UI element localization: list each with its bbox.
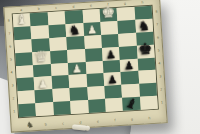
chess-board[interactable]: ♝♚♞♟♞♛♟♚♟♟♟♟♝ [12, 5, 159, 118]
square-h2[interactable] [139, 83, 157, 97]
coord-label: 7 [8, 32, 10, 36]
square-g7[interactable] [118, 20, 136, 34]
square-h7[interactable]: ♞ [135, 19, 153, 33]
coord-label: 1 [161, 100, 163, 104]
coord-label: 4 [158, 61, 160, 65]
coord-label: c [62, 121, 64, 125]
knight-stamp-icon: ♞ [26, 121, 35, 130]
coord-label: b [38, 7, 40, 11]
square-a5[interactable] [15, 52, 33, 66]
square-d5[interactable] [67, 49, 85, 63]
white-king[interactable]: ♚ [101, 5, 116, 21]
square-b1[interactable] [36, 102, 54, 116]
square-c2[interactable] [52, 88, 70, 102]
coord-label: 7 [156, 23, 158, 27]
coord-label: 8 [8, 19, 10, 23]
square-f4[interactable] [103, 59, 121, 73]
square-d6[interactable] [66, 36, 84, 50]
square-f1[interactable] [105, 98, 123, 112]
square-a6[interactable] [14, 39, 32, 53]
coord-label: 5 [158, 49, 160, 53]
coord-label: 1 [13, 109, 15, 113]
square-g1[interactable]: ♝ [122, 97, 140, 111]
square-g4[interactable]: ♟ [120, 58, 138, 72]
square-d2[interactable] [70, 87, 88, 101]
square-c5[interactable] [50, 50, 68, 64]
square-a4[interactable] [16, 65, 34, 79]
square-e5[interactable] [85, 48, 103, 62]
coord-label: f [114, 118, 115, 122]
square-b8[interactable] [30, 12, 48, 26]
square-e3[interactable] [86, 73, 104, 87]
coord-label: 3 [11, 83, 13, 87]
square-c7[interactable] [48, 24, 66, 38]
square-h3[interactable] [138, 70, 156, 84]
square-e8[interactable] [82, 9, 100, 23]
white-bishop[interactable]: ♝ [15, 13, 28, 27]
square-f2[interactable] [104, 85, 122, 99]
square-d7[interactable]: ♞ [66, 23, 84, 37]
square-c8[interactable] [47, 11, 65, 25]
coord-label: 6 [157, 36, 159, 40]
square-d1[interactable] [70, 100, 88, 114]
square-h1[interactable] [140, 96, 158, 110]
coord-label: d [72, 5, 74, 9]
square-d3[interactable] [69, 74, 87, 88]
square-e2[interactable] [87, 86, 105, 100]
coord-label: e [97, 119, 99, 123]
square-b7[interactable] [31, 25, 49, 39]
square-g8[interactable] [117, 7, 135, 21]
square-e7[interactable]: ♟ [83, 22, 101, 36]
square-f8[interactable]: ♚ [99, 8, 117, 22]
square-f3[interactable]: ♟ [103, 72, 121, 86]
coord-label: 5 [10, 58, 12, 62]
chessboard-photo: abcdefgh abcdefgh 87654321 87654321 ♞ ♝♚… [0, 0, 200, 134]
square-a1[interactable] [18, 103, 36, 117]
coord-label: h [148, 116, 150, 120]
square-f6[interactable] [101, 34, 119, 48]
black-king[interactable]: ♚ [138, 42, 153, 58]
white-pawn[interactable]: ♟ [72, 64, 83, 76]
square-g5[interactable] [119, 45, 137, 59]
chess-board-mat: abcdefgh abcdefgh 87654321 87654321 ♞ ♝♚… [3, 0, 167, 133]
square-b4[interactable] [33, 64, 51, 78]
black-knight[interactable]: ♞ [138, 19, 150, 33]
coord-label: 2 [160, 87, 162, 91]
square-c4[interactable] [51, 63, 69, 77]
square-g6[interactable] [118, 33, 136, 47]
coord-label: 4 [11, 70, 13, 74]
square-h5[interactable]: ♚ [137, 44, 155, 58]
black-knight[interactable]: ♞ [68, 23, 80, 37]
square-b2[interactable] [35, 89, 53, 103]
coord-label: h [141, 0, 143, 4]
white-pawn[interactable]: ♟ [87, 24, 98, 36]
coord-label: 2 [12, 96, 14, 100]
square-e6[interactable] [84, 35, 102, 49]
square-e4[interactable] [85, 60, 103, 74]
square-c1[interactable] [53, 101, 71, 115]
square-f7[interactable] [100, 21, 118, 35]
square-f5[interactable]: ♟ [102, 47, 120, 61]
coord-label: g [124, 1, 126, 5]
coord-label: 8 [155, 10, 157, 14]
white-pawn[interactable]: ♟ [38, 79, 49, 91]
square-a7[interactable] [14, 26, 32, 40]
coord-label: g [131, 117, 133, 121]
black-pawn[interactable]: ♟ [107, 74, 118, 86]
square-a8[interactable]: ♝ [13, 13, 31, 27]
coord-label: b [45, 122, 47, 126]
square-a3[interactable] [17, 78, 35, 92]
black-bishop[interactable]: ♝ [123, 95, 139, 112]
square-b3[interactable]: ♟ [34, 76, 52, 90]
coord-label: d [79, 120, 81, 124]
coord-label: 6 [9, 45, 11, 49]
square-e1[interactable] [88, 99, 106, 113]
square-c6[interactable] [49, 37, 67, 51]
square-b5[interactable]: ♛ [32, 51, 50, 65]
white-queen[interactable]: ♛ [34, 49, 48, 65]
square-a2[interactable] [17, 90, 35, 104]
black-pawn[interactable]: ♟ [124, 60, 135, 72]
coord-label: e [90, 4, 92, 8]
square-c3[interactable] [51, 75, 69, 89]
square-h4[interactable] [137, 57, 155, 71]
coord-label: c [55, 6, 57, 10]
square-g3[interactable] [121, 71, 139, 85]
black-pawn[interactable]: ♟ [106, 49, 117, 61]
square-d4[interactable]: ♟ [68, 62, 86, 76]
coord-label: 3 [159, 74, 161, 78]
